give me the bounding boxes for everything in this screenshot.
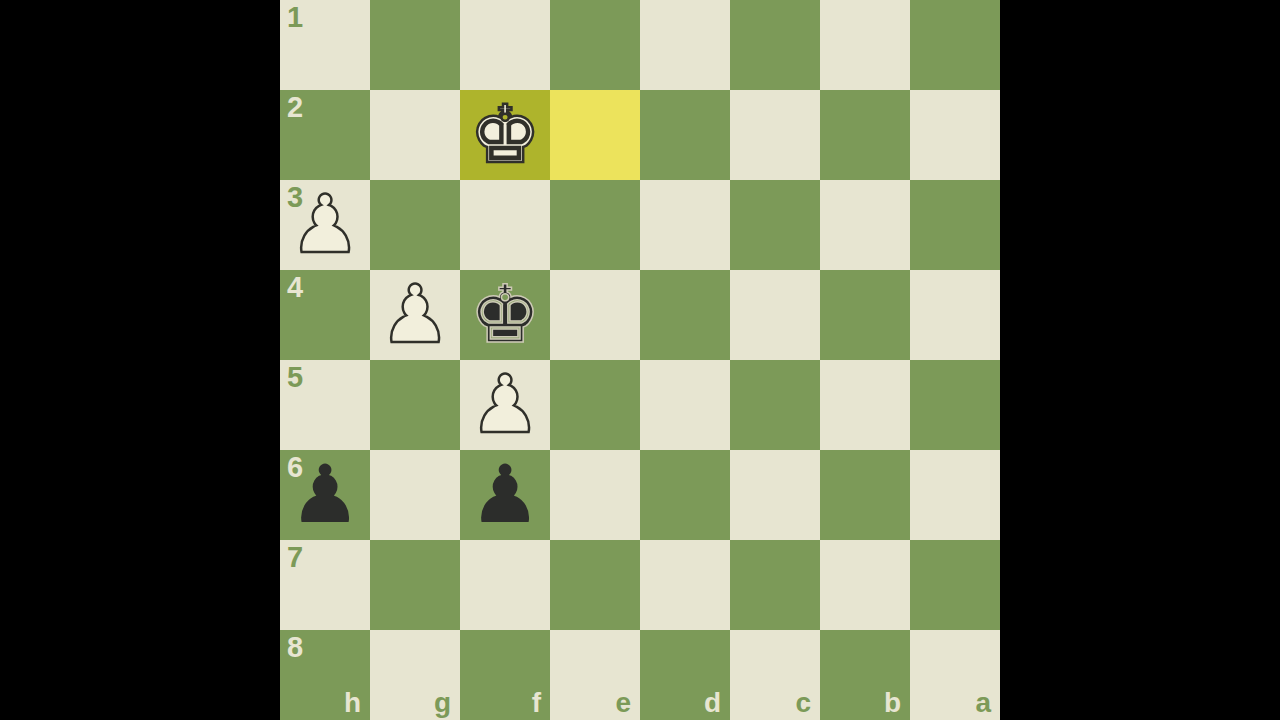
square-c4[interactable] bbox=[730, 270, 820, 360]
square-f2[interactable]: ♚ bbox=[460, 90, 550, 180]
square-b5[interactable] bbox=[820, 360, 910, 450]
square-c7[interactable] bbox=[730, 540, 820, 630]
square-c8[interactable]: c bbox=[730, 630, 820, 720]
rank-label-4: 4 bbox=[287, 272, 303, 304]
square-f4[interactable]: ♚ bbox=[460, 270, 550, 360]
square-e6[interactable] bbox=[550, 450, 640, 540]
piece-white-king-f2[interactable]: ♚ bbox=[460, 90, 550, 180]
square-g3[interactable] bbox=[370, 180, 460, 270]
square-e4[interactable] bbox=[550, 270, 640, 360]
square-a4[interactable] bbox=[910, 270, 1000, 360]
square-h6[interactable]: 6♟ bbox=[280, 450, 370, 540]
square-h5[interactable]: 5 bbox=[280, 360, 370, 450]
square-e7[interactable] bbox=[550, 540, 640, 630]
square-b8[interactable]: b bbox=[820, 630, 910, 720]
piece-black-king-f4[interactable]: ♚ bbox=[460, 270, 550, 360]
square-g7[interactable] bbox=[370, 540, 460, 630]
square-c2[interactable] bbox=[730, 90, 820, 180]
square-b6[interactable] bbox=[820, 450, 910, 540]
square-d5[interactable] bbox=[640, 360, 730, 450]
square-g4[interactable]: ♟ bbox=[370, 270, 460, 360]
file-label-d: d bbox=[704, 688, 721, 719]
square-f3[interactable] bbox=[460, 180, 550, 270]
square-g8[interactable]: g bbox=[370, 630, 460, 720]
square-b1[interactable] bbox=[820, 0, 910, 90]
square-d6[interactable] bbox=[640, 450, 730, 540]
square-g2[interactable] bbox=[370, 90, 460, 180]
piece-black-pawn-h6[interactable]: ♟ bbox=[280, 450, 370, 540]
right-black-bar bbox=[1000, 0, 1280, 720]
square-h1[interactable]: 1 bbox=[280, 0, 370, 90]
square-b3[interactable] bbox=[820, 180, 910, 270]
piece-white-pawn-f5[interactable]: ♟ bbox=[460, 360, 550, 450]
left-black-bar bbox=[0, 0, 280, 720]
square-f6[interactable]: ♟ bbox=[460, 450, 550, 540]
file-label-h: h bbox=[344, 688, 361, 719]
file-label-g: g bbox=[434, 688, 451, 719]
square-d8[interactable]: d bbox=[640, 630, 730, 720]
square-h8[interactable]: 8h bbox=[280, 630, 370, 720]
piece-black-pawn-f6[interactable]: ♟ bbox=[460, 450, 550, 540]
square-e1[interactable] bbox=[550, 0, 640, 90]
square-e5[interactable] bbox=[550, 360, 640, 450]
square-a7[interactable] bbox=[910, 540, 1000, 630]
square-a1[interactable] bbox=[910, 0, 1000, 90]
file-label-f: f bbox=[532, 688, 541, 719]
square-g6[interactable] bbox=[370, 450, 460, 540]
square-f5[interactable]: ♟ bbox=[460, 360, 550, 450]
square-e8[interactable]: e bbox=[550, 630, 640, 720]
square-d3[interactable] bbox=[640, 180, 730, 270]
square-e3[interactable] bbox=[550, 180, 640, 270]
square-d2[interactable] bbox=[640, 90, 730, 180]
square-d7[interactable] bbox=[640, 540, 730, 630]
square-c1[interactable] bbox=[730, 0, 820, 90]
rank-label-1: 1 bbox=[287, 2, 303, 34]
square-c5[interactable] bbox=[730, 360, 820, 450]
file-label-b: b bbox=[884, 688, 901, 719]
square-g5[interactable] bbox=[370, 360, 460, 450]
square-f7[interactable] bbox=[460, 540, 550, 630]
square-h3[interactable]: 3♟ bbox=[280, 180, 370, 270]
rank-label-8: 8 bbox=[287, 632, 303, 664]
square-f1[interactable] bbox=[460, 0, 550, 90]
square-a6[interactable] bbox=[910, 450, 1000, 540]
square-d1[interactable] bbox=[640, 0, 730, 90]
file-label-c: c bbox=[795, 688, 811, 719]
rank-label-7: 7 bbox=[287, 542, 303, 574]
square-g1[interactable] bbox=[370, 0, 460, 90]
file-label-e: e bbox=[615, 688, 631, 719]
rank-label-2: 2 bbox=[287, 92, 303, 124]
square-a3[interactable] bbox=[910, 180, 1000, 270]
square-c3[interactable] bbox=[730, 180, 820, 270]
square-b7[interactable] bbox=[820, 540, 910, 630]
piece-white-pawn-h3[interactable]: ♟ bbox=[280, 180, 370, 270]
square-h4[interactable]: 4 bbox=[280, 270, 370, 360]
square-d4[interactable] bbox=[640, 270, 730, 360]
square-a2[interactable] bbox=[910, 90, 1000, 180]
square-f8[interactable]: f bbox=[460, 630, 550, 720]
square-a8[interactable]: a bbox=[910, 630, 1000, 720]
square-h7[interactable]: 7 bbox=[280, 540, 370, 630]
square-h2[interactable]: 2 bbox=[280, 90, 370, 180]
rank-label-5: 5 bbox=[287, 362, 303, 394]
chess-board: 12♚3♟4♟♚5♟6♟♟78hgfedcba bbox=[280, 0, 1000, 720]
file-label-a: a bbox=[975, 688, 991, 719]
square-e2[interactable] bbox=[550, 90, 640, 180]
square-b2[interactable] bbox=[820, 90, 910, 180]
square-b4[interactable] bbox=[820, 270, 910, 360]
square-c6[interactable] bbox=[730, 450, 820, 540]
letterbox-stage: 12♚3♟4♟♚5♟6♟♟78hgfedcba bbox=[0, 0, 1280, 720]
square-a5[interactable] bbox=[910, 360, 1000, 450]
piece-white-pawn-g4[interactable]: ♟ bbox=[370, 270, 460, 360]
